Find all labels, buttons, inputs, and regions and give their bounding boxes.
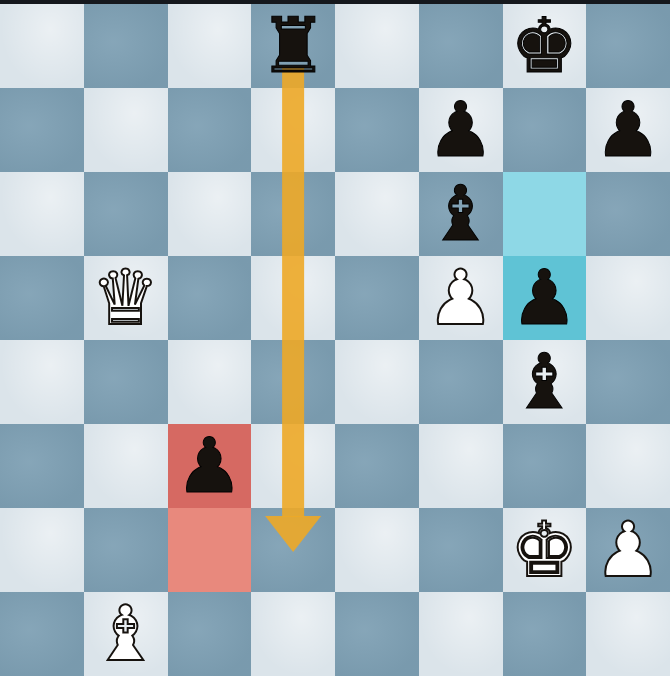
square-a4[interactable]	[0, 340, 84, 424]
square-b3[interactable]	[84, 424, 168, 508]
square-f2[interactable]	[419, 508, 503, 592]
square-a2[interactable]	[0, 508, 84, 592]
square-c2[interactable]	[168, 508, 252, 592]
piece-black-rook-d8[interactable]: ♜	[251, 4, 335, 88]
square-e3[interactable]	[335, 424, 419, 508]
square-h7[interactable]: ♟	[586, 88, 670, 172]
square-b7[interactable]	[84, 88, 168, 172]
piece-black-bishop-g4[interactable]: ♝	[503, 340, 587, 424]
square-f3[interactable]	[419, 424, 503, 508]
square-c1[interactable]	[168, 592, 252, 676]
piece-black-bishop-f6[interactable]: ♝	[419, 172, 503, 256]
square-c5[interactable]	[168, 256, 252, 340]
square-b4[interactable]	[84, 340, 168, 424]
piece-white-pawn-f5[interactable]: ♟	[419, 256, 503, 340]
square-f8[interactable]	[419, 4, 503, 88]
square-a1[interactable]	[0, 592, 84, 676]
square-g1[interactable]	[503, 592, 587, 676]
piece-black-pawn-c3[interactable]: ♟	[168, 424, 252, 508]
square-g6[interactable]	[503, 172, 587, 256]
piece-white-pawn-h2[interactable]: ♟	[586, 508, 670, 592]
piece-black-pawn-f7[interactable]: ♟	[419, 88, 503, 172]
square-b5[interactable]: ♛	[84, 256, 168, 340]
square-d7[interactable]	[251, 88, 335, 172]
square-c7[interactable]	[168, 88, 252, 172]
square-a7[interactable]	[0, 88, 84, 172]
square-g3[interactable]	[503, 424, 587, 508]
square-h6[interactable]	[586, 172, 670, 256]
square-h8[interactable]	[586, 4, 670, 88]
square-f4[interactable]	[419, 340, 503, 424]
square-b8[interactable]	[84, 4, 168, 88]
square-c4[interactable]	[168, 340, 252, 424]
square-h3[interactable]	[586, 424, 670, 508]
square-h2[interactable]: ♟	[586, 508, 670, 592]
square-g2[interactable]: ♚	[503, 508, 587, 592]
square-d3[interactable]	[251, 424, 335, 508]
square-d5[interactable]	[251, 256, 335, 340]
square-f7[interactable]: ♟	[419, 88, 503, 172]
square-e6[interactable]	[335, 172, 419, 256]
square-f6[interactable]: ♝	[419, 172, 503, 256]
square-e7[interactable]	[335, 88, 419, 172]
square-g4[interactable]: ♝	[503, 340, 587, 424]
piece-black-pawn-g5[interactable]: ♟	[503, 256, 587, 340]
square-a5[interactable]	[0, 256, 84, 340]
square-e2[interactable]	[335, 508, 419, 592]
square-c3[interactable]: ♟	[168, 424, 252, 508]
square-e5[interactable]	[335, 256, 419, 340]
square-f5[interactable]: ♟	[419, 256, 503, 340]
square-g8[interactable]: ♚	[503, 4, 587, 88]
square-d4[interactable]	[251, 340, 335, 424]
piece-black-king-g8[interactable]: ♚	[503, 4, 587, 88]
square-g5[interactable]: ♟	[503, 256, 587, 340]
square-e8[interactable]	[335, 4, 419, 88]
square-e1[interactable]	[335, 592, 419, 676]
square-d2[interactable]	[251, 508, 335, 592]
chess-board: ♜♚♟♟♝♛♟♟♝♟♚♟♝	[0, 4, 670, 676]
square-c8[interactable]	[168, 4, 252, 88]
square-b6[interactable]	[84, 172, 168, 256]
square-h4[interactable]	[586, 340, 670, 424]
square-a3[interactable]	[0, 424, 84, 508]
square-a6[interactable]	[0, 172, 84, 256]
square-h1[interactable]	[586, 592, 670, 676]
square-d6[interactable]	[251, 172, 335, 256]
piece-white-bishop-b1[interactable]: ♝	[84, 592, 168, 676]
square-a8[interactable]	[0, 4, 84, 88]
square-h5[interactable]	[586, 256, 670, 340]
board-grid: ♜♚♟♟♝♛♟♟♝♟♚♟♝	[0, 4, 670, 676]
square-f1[interactable]	[419, 592, 503, 676]
square-b2[interactable]	[84, 508, 168, 592]
square-g7[interactable]	[503, 88, 587, 172]
square-e4[interactable]	[335, 340, 419, 424]
piece-black-pawn-h7[interactable]: ♟	[586, 88, 670, 172]
square-b1[interactable]: ♝	[84, 592, 168, 676]
square-d1[interactable]	[251, 592, 335, 676]
square-d8[interactable]: ♜	[251, 4, 335, 88]
piece-white-king-g2[interactable]: ♚	[503, 508, 587, 592]
piece-white-queen-b5[interactable]: ♛	[84, 256, 168, 340]
square-c6[interactable]	[168, 172, 252, 256]
